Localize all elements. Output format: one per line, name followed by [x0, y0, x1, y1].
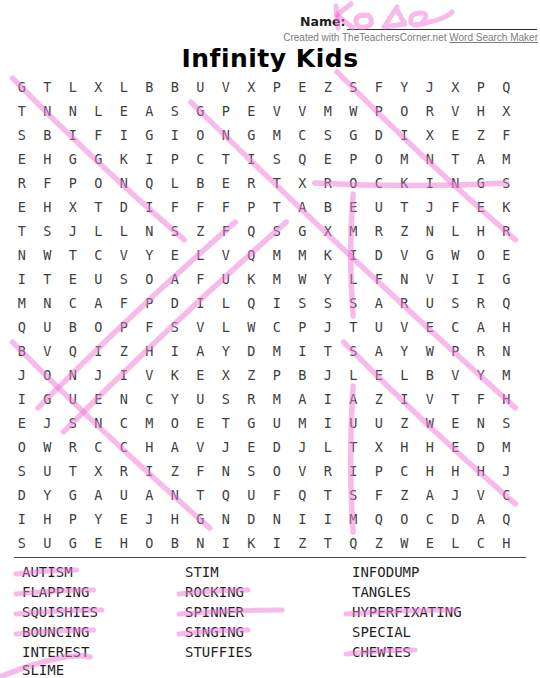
- grid-cell-r2c15: P: [366, 99, 392, 123]
- grid-cell-r20c14: Q: [341, 531, 367, 555]
- grid-cell-r2c7: S: [162, 99, 188, 123]
- grid-cell-r18c7: N: [162, 483, 188, 507]
- grid-cell-r1c3: L: [60, 75, 86, 99]
- grid-cell-r5c2: F: [35, 171, 61, 195]
- grid-cell-r4c11: S: [264, 147, 290, 171]
- grid-cell-r11c13: J: [315, 315, 341, 339]
- grid-cell-r5c14: O: [341, 171, 367, 195]
- grid-cell-r11c7: S: [162, 315, 188, 339]
- grid-cell-r4c1: E: [9, 147, 35, 171]
- grid-cell-r7c18: L: [443, 219, 469, 243]
- grid-cell-r18c16: Z: [392, 483, 418, 507]
- grid-cell-r14c13: I: [315, 387, 341, 411]
- grid-cell-r14c3: U: [60, 387, 86, 411]
- grid-cell-r14c16: I: [392, 387, 418, 411]
- grid-cell-r9c1: I: [9, 267, 35, 291]
- grid-cell-r13c13: J: [315, 363, 341, 387]
- grid-cell-r12c17: W: [417, 339, 443, 363]
- grid-cell-r4c8: C: [188, 147, 214, 171]
- grid-cell-r6c18: F: [443, 195, 469, 219]
- grid-cell-r7c16: Z: [392, 219, 418, 243]
- grid-cell-r16c3: R: [60, 435, 86, 459]
- grid-cell-r3c13: S: [315, 123, 341, 147]
- grid-cell-r9c14: L: [341, 267, 367, 291]
- grid-cell-r8c9: V: [213, 243, 239, 267]
- grid-cell-r5c11: T: [264, 171, 290, 195]
- grid-cell-r11c19: A: [468, 315, 494, 339]
- grid-cell-r9c8: F: [188, 267, 214, 291]
- grid-cell-r1c10: X: [239, 75, 265, 99]
- grid-cell-r12c20: N: [494, 339, 520, 363]
- grid-cell-r6c20: K: [494, 195, 520, 219]
- grid-cell-r3c12: C: [290, 123, 316, 147]
- grid-cell-r20c12: Z: [290, 531, 316, 555]
- grid-cell-r8c15: D: [366, 243, 392, 267]
- grid-cell-r1c15: F: [366, 75, 392, 99]
- grid-cell-r20c19: C: [468, 531, 494, 555]
- grid-cell-r20c13: T: [315, 531, 341, 555]
- grid-cell-r13c18: V: [443, 363, 469, 387]
- grid-cell-r15c3: S: [60, 411, 86, 435]
- grid-cell-r10c7: D: [162, 291, 188, 315]
- grid-cell-r5c1: R: [9, 171, 35, 195]
- grid-cell-r13c12: B: [290, 363, 316, 387]
- grid-cell-r2c20: X: [494, 99, 520, 123]
- word-list-item-bouncing: BOUNCING: [22, 624, 89, 640]
- grid-cell-r19c14: M: [341, 507, 367, 531]
- grid-cell-r6c2: H: [35, 195, 61, 219]
- grid-cell-r19c3: P: [60, 507, 86, 531]
- grid-cell-r18c9: Q: [213, 483, 239, 507]
- grid-cell-r19c16: O: [392, 507, 418, 531]
- grid-cell-r11c9: L: [213, 315, 239, 339]
- grid-cell-r18c5: U: [111, 483, 137, 507]
- grid-cell-r13c20: M: [494, 363, 520, 387]
- grid-cell-r1c19: P: [468, 75, 494, 99]
- grid-cell-r3c1: S: [9, 123, 35, 147]
- grid-cell-r6c8: F: [188, 195, 214, 219]
- grid-cell-r15c2: J: [35, 411, 61, 435]
- credit-text: Created with TheTeachersCorner.net: [283, 32, 449, 43]
- grid-cell-r7c4: L: [86, 219, 112, 243]
- grid-cell-r18c2: Y: [35, 483, 61, 507]
- grid-cell-r18c8: T: [188, 483, 214, 507]
- grid-cell-r15c4: N: [86, 411, 112, 435]
- grid-cell-r19c7: H: [162, 507, 188, 531]
- grid-cell-r10c13: S: [315, 291, 341, 315]
- grid-cell-r3c14: G: [341, 123, 367, 147]
- grid-cell-r11c16: V: [392, 315, 418, 339]
- grid-cell-r12c1: B: [9, 339, 35, 363]
- grid-cell-r13c8: E: [188, 363, 214, 387]
- grid-cell-r10c17: U: [417, 291, 443, 315]
- grid-cell-r11c18: C: [443, 315, 469, 339]
- grid-cell-r14c6: C: [137, 387, 163, 411]
- grid-cell-r12c6: H: [137, 339, 163, 363]
- word-list-item-interest: INTEREST: [22, 644, 89, 660]
- grid-cell-r18c20: C: [494, 483, 520, 507]
- grid-cell-r15c1: E: [9, 411, 35, 435]
- word-search-grid: GTLXLBBUVXPEZSFYJXPQTNNLEASGPEVVMWPORVHX…: [9, 75, 519, 555]
- grid-cell-r4c15: O: [366, 147, 392, 171]
- grid-cell-r8c14: I: [341, 243, 367, 267]
- grid-cell-r11c4: O: [86, 315, 112, 339]
- grid-cell-r1c5: L: [111, 75, 137, 99]
- grid-cell-r11c12: P: [290, 315, 316, 339]
- grid-cell-r16c16: H: [392, 435, 418, 459]
- grid-cell-r7c10: Q: [239, 219, 265, 243]
- grid-cell-r13c4: J: [86, 363, 112, 387]
- grid-cell-r6c3: X: [60, 195, 86, 219]
- grid-cell-r1c18: X: [443, 75, 469, 99]
- grid-cell-r8c19: O: [468, 243, 494, 267]
- grid-cell-r20c15: Z: [366, 531, 392, 555]
- grid-cell-r15c7: O: [162, 411, 188, 435]
- grid-cell-r5c4: O: [86, 171, 112, 195]
- grid-cell-r7c13: X: [315, 219, 341, 243]
- grid-cell-r13c7: K: [162, 363, 188, 387]
- grid-cell-r18c18: J: [443, 483, 469, 507]
- grid-cell-r16c10: E: [239, 435, 265, 459]
- grid-cell-r18c14: S: [341, 483, 367, 507]
- grid-cell-r15c14: U: [341, 411, 367, 435]
- grid-cell-r20c11: I: [264, 531, 290, 555]
- grid-cell-r2c2: N: [35, 99, 61, 123]
- grid-cell-r14c20: H: [494, 387, 520, 411]
- grid-cell-r9c10: K: [239, 267, 265, 291]
- name-label: Name:: [300, 14, 345, 29]
- grid-cell-r12c3: Q: [60, 339, 86, 363]
- grid-cell-r13c17: B: [417, 363, 443, 387]
- grid-cell-r7c20: R: [494, 219, 520, 243]
- grid-cell-r3c19: Z: [468, 123, 494, 147]
- grid-cell-r10c12: S: [290, 291, 316, 315]
- grid-cell-r4c10: I: [239, 147, 265, 171]
- grid-cell-r18c13: T: [315, 483, 341, 507]
- grid-cell-r6c13: B: [315, 195, 341, 219]
- handwritten-name: [336, 4, 452, 28]
- grid-cell-r8c5: V: [111, 243, 137, 267]
- grid-cell-r19c17: C: [417, 507, 443, 531]
- grid-cell-r20c9: I: [213, 531, 239, 555]
- grid-cell-r12c12: I: [290, 339, 316, 363]
- word-list-item-singing: SINGING: [185, 624, 244, 640]
- grid-cell-r10c10: Q: [239, 291, 265, 315]
- grid-cell-r5c8: B: [188, 171, 214, 195]
- grid-cell-r3c10: G: [239, 123, 265, 147]
- grid-cell-r12c11: M: [264, 339, 290, 363]
- grid-cell-r7c6: N: [137, 219, 163, 243]
- grid-cell-r19c12: I: [290, 507, 316, 531]
- grid-cell-r3c11: M: [264, 123, 290, 147]
- grid-cell-r2c16: O: [392, 99, 418, 123]
- grid-cell-r2c3: N: [60, 99, 86, 123]
- grid-cell-r6c10: P: [239, 195, 265, 219]
- grid-cell-r15c13: I: [315, 411, 341, 435]
- grid-cell-r16c13: L: [315, 435, 341, 459]
- grid-cell-r5c13: R: [315, 171, 341, 195]
- grid-cell-r7c1: T: [9, 219, 35, 243]
- grid-cell-r3c17: X: [417, 123, 443, 147]
- word-list-item-stim: STIM: [185, 564, 219, 580]
- grid-cell-r18c4: A: [86, 483, 112, 507]
- grid-cell-r5c17: I: [417, 171, 443, 195]
- grid-cell-r17c18: H: [443, 459, 469, 483]
- grid-cell-r16c1: O: [9, 435, 35, 459]
- grid-cell-r16c8: V: [188, 435, 214, 459]
- grid-cell-r19c19: A: [468, 507, 494, 531]
- grid-cell-r12c7: I: [162, 339, 188, 363]
- grid-cell-r16c19: D: [468, 435, 494, 459]
- grid-cell-r7c19: H: [468, 219, 494, 243]
- grid-cell-r5c10: R: [239, 171, 265, 195]
- grid-cell-r20c17: E: [417, 531, 443, 555]
- grid-cell-r1c11: P: [264, 75, 290, 99]
- word-list-item-tangles: TANGLES: [352, 584, 411, 600]
- grid-cell-r8c4: C: [86, 243, 112, 267]
- grid-cell-r10c9: L: [213, 291, 239, 315]
- grid-cell-r19c6: J: [137, 507, 163, 531]
- grid-cell-r7c7: S: [162, 219, 188, 243]
- credit-link[interactable]: Word Search Maker: [449, 32, 538, 43]
- grid-cell-r10c6: P: [137, 291, 163, 315]
- grid-cell-r19c11: N: [264, 507, 290, 531]
- grid-cell-r20c10: K: [239, 531, 265, 555]
- grid-cell-r17c10: S: [239, 459, 265, 483]
- grid-cell-r14c1: I: [9, 387, 35, 411]
- grid-cell-r10c4: A: [86, 291, 112, 315]
- grid-cell-r15c10: G: [239, 411, 265, 435]
- grid-cell-r16c9: J: [213, 435, 239, 459]
- grid-cell-r7c17: N: [417, 219, 443, 243]
- grid-cell-r4c14: P: [341, 147, 367, 171]
- grid-cell-r8c20: E: [494, 243, 520, 267]
- grid-cell-r4c20: M: [494, 147, 520, 171]
- grid-cell-r12c19: R: [468, 339, 494, 363]
- grid-cell-r19c9: N: [213, 507, 239, 531]
- grid-cell-r1c17: J: [417, 75, 443, 99]
- grid-cell-r17c16: C: [392, 459, 418, 483]
- grid-cell-r3c4: F: [86, 123, 112, 147]
- grid-cell-r16c2: W: [35, 435, 61, 459]
- grid-cell-r11c3: B: [60, 315, 86, 339]
- grid-cell-r12c5: Z: [111, 339, 137, 363]
- grid-cell-r3c8: O: [188, 123, 214, 147]
- grid-cell-r6c15: U: [366, 195, 392, 219]
- grid-cell-r2c18: V: [443, 99, 469, 123]
- grid-cell-r17c9: N: [213, 459, 239, 483]
- word-list-item-flapping: FLAPPING: [22, 584, 89, 600]
- grid-cell-r9c16: N: [392, 267, 418, 291]
- grid-cell-r9c20: G: [494, 267, 520, 291]
- grid-cell-r13c19: Y: [468, 363, 494, 387]
- grid-cell-r12c4: I: [86, 339, 112, 363]
- grid-cell-r4c13: E: [315, 147, 341, 171]
- grid-cell-r1c8: U: [188, 75, 214, 99]
- grid-cell-r13c9: X: [213, 363, 239, 387]
- grid-cell-r6c9: F: [213, 195, 239, 219]
- grid-cell-r8c10: Q: [239, 243, 265, 267]
- grid-cell-r18c11: F: [264, 483, 290, 507]
- grid-cell-r16c7: A: [162, 435, 188, 459]
- grid-cell-r20c18: L: [443, 531, 469, 555]
- worksheet-page: Name: Created with TheTeachersCorner.net…: [0, 0, 540, 678]
- grid-cell-r9c13: Y: [315, 267, 341, 291]
- grid-cell-r18c15: F: [366, 483, 392, 507]
- grid-cell-r15c6: M: [137, 411, 163, 435]
- grid-cell-r16c20: M: [494, 435, 520, 459]
- grid-cell-r7c3: J: [60, 219, 86, 243]
- grid-cell-r13c16: L: [392, 363, 418, 387]
- grid-cell-r2c13: M: [315, 99, 341, 123]
- grid-cell-r18c19: V: [468, 483, 494, 507]
- grid-cell-r11c1: Q: [9, 315, 35, 339]
- grid-cell-r20c2: U: [35, 531, 61, 555]
- grid-cell-r8c7: E: [162, 243, 188, 267]
- grid-cell-r1c4: X: [86, 75, 112, 99]
- grid-cell-r12c14: S: [341, 339, 367, 363]
- grid-cell-r16c12: J: [290, 435, 316, 459]
- grid-cell-r19c8: G: [188, 507, 214, 531]
- grid-cell-r4c16: M: [392, 147, 418, 171]
- grid-cell-r14c4: E: [86, 387, 112, 411]
- grid-cell-r8c6: Y: [137, 243, 163, 267]
- grid-cell-r11c10: W: [239, 315, 265, 339]
- grid-cell-r14c5: N: [111, 387, 137, 411]
- grid-cell-r13c3: N: [60, 363, 86, 387]
- word-list-item-stuffies: STUFFIES: [185, 644, 252, 660]
- grid-cell-r20c8: N: [188, 531, 214, 555]
- grid-cell-r9c3: E: [60, 267, 86, 291]
- grid-cell-r17c19: H: [468, 459, 494, 483]
- grid-cell-r20c7: B: [162, 531, 188, 555]
- grid-cell-r10c8: I: [188, 291, 214, 315]
- grid-cell-r6c4: T: [86, 195, 112, 219]
- grid-cell-r4c18: T: [443, 147, 469, 171]
- grid-cell-r7c2: S: [35, 219, 61, 243]
- grid-cell-r19c13: I: [315, 507, 341, 531]
- grid-cell-r14c15: Z: [366, 387, 392, 411]
- grid-cell-r14c2: G: [35, 387, 61, 411]
- grid-cell-r1c7: B: [162, 75, 188, 99]
- word-list-item-spinner: SPINNER: [185, 604, 244, 620]
- grid-cell-r6c1: E: [9, 195, 35, 219]
- grid-cell-r15c18: E: [443, 411, 469, 435]
- grid-cell-r19c18: D: [443, 507, 469, 531]
- grid-cell-r14c18: T: [443, 387, 469, 411]
- grid-cell-r16c18: E: [443, 435, 469, 459]
- grid-cell-r3c6: G: [137, 123, 163, 147]
- grid-cell-r8c18: W: [443, 243, 469, 267]
- word-list-item-autism: AUTISM: [22, 564, 73, 580]
- grid-cell-r3c5: I: [111, 123, 137, 147]
- grid-cell-r11c5: P: [111, 315, 137, 339]
- grid-cell-r10c18: S: [443, 291, 469, 315]
- grid-cell-r6c6: I: [137, 195, 163, 219]
- grid-cell-r15c20: S: [494, 411, 520, 435]
- grid-cell-r6c19: E: [468, 195, 494, 219]
- grid-cell-r2c4: L: [86, 99, 112, 123]
- grid-cell-r12c13: T: [315, 339, 341, 363]
- grid-cell-r20c4: E: [86, 531, 112, 555]
- grid-cell-r12c2: V: [35, 339, 61, 363]
- grid-cell-r19c2: H: [35, 507, 61, 531]
- grid-cell-r13c1: J: [9, 363, 35, 387]
- grid-cell-r2c1: T: [9, 99, 35, 123]
- grid-cell-r4c2: H: [35, 147, 61, 171]
- grid-cell-r3c18: E: [443, 123, 469, 147]
- grid-cell-r17c8: F: [188, 459, 214, 483]
- word-list-item-infodump: INFODUMP: [352, 564, 419, 580]
- word-list-item-squishies: SQUISHIES: [22, 604, 98, 620]
- grid-cell-r2c11: V: [264, 99, 290, 123]
- grid-cell-r9c9: U: [213, 267, 239, 291]
- grid-cell-r19c4: Y: [86, 507, 112, 531]
- grid-cell-r18c3: G: [60, 483, 86, 507]
- grid-cell-r4c4: G: [86, 147, 112, 171]
- grid-cell-r17c5: R: [111, 459, 137, 483]
- grid-cell-r20c3: G: [60, 531, 86, 555]
- grid-cell-r14c12: A: [290, 387, 316, 411]
- grid-cell-r11c17: E: [417, 315, 443, 339]
- grid-cell-r18c6: A: [137, 483, 163, 507]
- grid-cell-r4c19: A: [468, 147, 494, 171]
- grid-cell-r11c8: V: [188, 315, 214, 339]
- grid-cell-r17c1: S: [9, 459, 35, 483]
- grid-cell-r4c3: G: [60, 147, 86, 171]
- grid-cell-r5c5: N: [111, 171, 137, 195]
- grid-cell-r7c15: R: [366, 219, 392, 243]
- grid-cell-r4c9: T: [213, 147, 239, 171]
- grid-cell-r13c5: I: [111, 363, 137, 387]
- grid-cell-r15c17: W: [417, 411, 443, 435]
- grid-cell-r14c7: Y: [162, 387, 188, 411]
- grid-cell-r3c9: N: [213, 123, 239, 147]
- grid-cell-r10c14: S: [341, 291, 367, 315]
- grid-cell-r5c16: K: [392, 171, 418, 195]
- grid-cell-r20c20: H: [494, 531, 520, 555]
- grid-cell-r13c15: E: [366, 363, 392, 387]
- grid-cell-r8c17: G: [417, 243, 443, 267]
- grid-cell-r10c3: C: [60, 291, 86, 315]
- grid-cell-r16c11: D: [264, 435, 290, 459]
- grid-cell-r1c6: B: [137, 75, 163, 99]
- grid-cell-r2c8: G: [188, 99, 214, 123]
- grid-cell-r15c12: M: [290, 411, 316, 435]
- grid-cell-r8c1: N: [9, 243, 35, 267]
- grid-cell-r15c8: E: [188, 411, 214, 435]
- page-title: Infinity Kids: [0, 44, 540, 73]
- grid-cell-r18c17: A: [417, 483, 443, 507]
- grid-cell-r17c12: V: [290, 459, 316, 483]
- grid-cell-r13c10: Z: [239, 363, 265, 387]
- grid-cell-r12c16: Y: [392, 339, 418, 363]
- grid-cell-r2c12: V: [290, 99, 316, 123]
- grid-cell-r11c15: U: [366, 315, 392, 339]
- grid-cell-r19c10: D: [239, 507, 265, 531]
- grid-cell-r5c18: N: [443, 171, 469, 195]
- grid-cell-r17c2: U: [35, 459, 61, 483]
- grid-cell-r1c9: V: [213, 75, 239, 99]
- grid-cell-r2c17: R: [417, 99, 443, 123]
- grid-cell-r1c13: Z: [315, 75, 341, 99]
- grid-cell-r8c8: L: [188, 243, 214, 267]
- grid-cell-r19c15: Q: [366, 507, 392, 531]
- grid-cell-r13c2: O: [35, 363, 61, 387]
- grid-cell-r15c5: C: [111, 411, 137, 435]
- grid-cell-r15c19: N: [468, 411, 494, 435]
- grid-cell-r14c14: A: [341, 387, 367, 411]
